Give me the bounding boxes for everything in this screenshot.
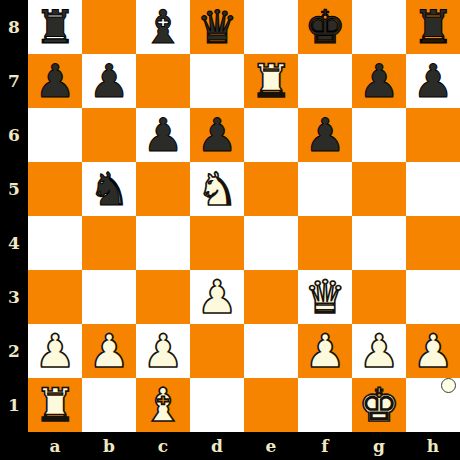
square-c2[interactable]: ♟ [136,324,190,378]
square-f2[interactable]: ♟ [298,324,352,378]
white-to-move-indicator [441,378,456,393]
square-c1[interactable]: ♝ [136,378,190,432]
piece-white-pawn[interactable]: ♟ [358,328,399,374]
square-a2[interactable]: ♟ [28,324,82,378]
square-e5[interactable] [244,162,298,216]
file-label-g: g [352,432,406,460]
rank-label-4: 4 [0,216,28,270]
square-g3[interactable] [352,270,406,324]
piece-white-king[interactable]: ♚ [358,382,399,428]
square-a8[interactable]: ♜ [28,0,82,54]
square-b1[interactable] [82,378,136,432]
rank-label-1: 1 [0,378,28,432]
square-e1[interactable] [244,378,298,432]
square-b4[interactable] [82,216,136,270]
square-d1[interactable] [190,378,244,432]
square-h4[interactable] [406,216,460,270]
piece-black-pawn[interactable]: ♟ [88,58,129,104]
square-f5[interactable] [298,162,352,216]
file-label-a: a [28,432,82,460]
piece-black-bishop[interactable]: ♝ [142,4,183,50]
square-e4[interactable] [244,216,298,270]
square-h5[interactable] [406,162,460,216]
piece-white-bishop[interactable]: ♝ [142,382,183,428]
piece-white-rook[interactable]: ♜ [250,58,291,104]
square-c4[interactable] [136,216,190,270]
piece-black-pawn[interactable]: ♟ [142,112,183,158]
piece-white-pawn[interactable]: ♟ [304,328,345,374]
square-g5[interactable] [352,162,406,216]
rank-label-3: 3 [0,270,28,324]
piece-black-pawn[interactable]: ♟ [358,58,399,104]
square-f8[interactable]: ♚ [298,0,352,54]
square-c8[interactable]: ♝ [136,0,190,54]
file-label-c: c [136,432,190,460]
file-label-h: h [406,432,460,460]
square-b5[interactable]: ♞ [82,162,136,216]
rank-label-7: 7 [0,54,28,108]
square-e3[interactable] [244,270,298,324]
square-d4[interactable] [190,216,244,270]
piece-black-pawn[interactable]: ♟ [304,112,345,158]
piece-black-rook[interactable]: ♜ [34,4,75,50]
square-d6[interactable]: ♟ [190,108,244,162]
square-c3[interactable] [136,270,190,324]
board-grid: ♜♝♛♚♜♟♟♜♟♟♟♟♟♞♞♟♛♟♟♟♟♟♟♜♝♚ [28,0,460,432]
square-e8[interactable] [244,0,298,54]
square-a5[interactable] [28,162,82,216]
square-f6[interactable]: ♟ [298,108,352,162]
square-f4[interactable] [298,216,352,270]
piece-white-pawn[interactable]: ♟ [88,328,129,374]
square-b8[interactable] [82,0,136,54]
piece-black-king[interactable]: ♚ [304,4,345,50]
square-d5[interactable]: ♞ [190,162,244,216]
piece-black-rook[interactable]: ♜ [412,4,453,50]
rank-labels: 87654321 [0,0,28,432]
square-e6[interactable] [244,108,298,162]
square-e7[interactable]: ♜ [244,54,298,108]
rank-label-8: 8 [0,0,28,54]
piece-black-knight[interactable]: ♞ [88,166,129,212]
square-h7[interactable]: ♟ [406,54,460,108]
square-b2[interactable]: ♟ [82,324,136,378]
square-a6[interactable] [28,108,82,162]
rank-label-6: 6 [0,108,28,162]
square-g2[interactable]: ♟ [352,324,406,378]
chessboard: 87654321 ♜♝♛♚♜♟♟♜♟♟♟♟♟♞♞♟♛♟♟♟♟♟♟♜♝♚ abcd… [0,0,460,460]
piece-black-queen[interactable]: ♛ [196,4,237,50]
file-label-f: f [298,432,352,460]
piece-white-pawn[interactable]: ♟ [196,274,237,320]
square-d8[interactable]: ♛ [190,0,244,54]
square-a1[interactable]: ♜ [28,378,82,432]
square-g4[interactable] [352,216,406,270]
square-f7[interactable] [298,54,352,108]
square-f1[interactable] [298,378,352,432]
square-g1[interactable]: ♚ [352,378,406,432]
piece-white-pawn[interactable]: ♟ [142,328,183,374]
square-f3[interactable]: ♛ [298,270,352,324]
file-label-b: b [82,432,136,460]
piece-white-pawn[interactable]: ♟ [34,328,75,374]
piece-black-pawn[interactable]: ♟ [196,112,237,158]
square-b7[interactable]: ♟ [82,54,136,108]
rank-label-5: 5 [0,162,28,216]
square-e2[interactable] [244,324,298,378]
square-h3[interactable] [406,270,460,324]
square-b6[interactable] [82,108,136,162]
square-a4[interactable] [28,216,82,270]
square-c5[interactable] [136,162,190,216]
piece-black-pawn[interactable]: ♟ [412,58,453,104]
square-g6[interactable] [352,108,406,162]
square-c6[interactable]: ♟ [136,108,190,162]
square-g8[interactable] [352,0,406,54]
piece-black-pawn[interactable]: ♟ [34,58,75,104]
square-h8[interactable]: ♜ [406,0,460,54]
square-c7[interactable] [136,54,190,108]
square-b3[interactable] [82,270,136,324]
piece-white-pawn[interactable]: ♟ [412,328,453,374]
file-labels: abcdefgh [28,432,460,460]
square-a7[interactable]: ♟ [28,54,82,108]
square-h6[interactable] [406,108,460,162]
piece-white-queen[interactable]: ♛ [304,274,345,320]
square-g7[interactable]: ♟ [352,54,406,108]
square-h2[interactable]: ♟ [406,324,460,378]
square-d2[interactable] [190,324,244,378]
square-a3[interactable] [28,270,82,324]
rank-label-2: 2 [0,324,28,378]
file-label-e: e [244,432,298,460]
piece-white-rook[interactable]: ♜ [34,382,75,428]
piece-white-knight[interactable]: ♞ [196,166,237,212]
file-label-d: d [190,432,244,460]
square-d7[interactable] [190,54,244,108]
label-corner [0,432,28,460]
square-d3[interactable]: ♟ [190,270,244,324]
